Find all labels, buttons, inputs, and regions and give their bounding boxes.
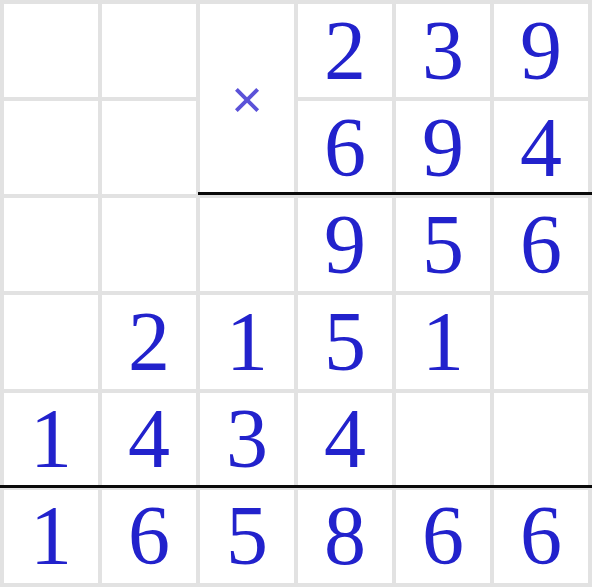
grid-cell-r6c4: 8	[298, 490, 392, 583]
grid-cell-r2c5: 9	[396, 101, 490, 194]
grid-cell-r3c3	[200, 198, 294, 291]
multiplication-grid: ×23969495621511434165866	[0, 0, 592, 587]
grid-cell-r1c1	[4, 4, 98, 97]
grid-cell-r3c5: 5	[396, 198, 490, 291]
grid-cell-r1c6: 9	[494, 4, 588, 97]
grid-cell-r4c3: 1	[200, 295, 294, 388]
grid-cell-r5c1: 1	[4, 393, 98, 486]
grid-cell-r6c3: 5	[200, 490, 294, 583]
grid-cell-r2c2	[102, 101, 196, 194]
grid-cell-r5c3: 3	[200, 393, 294, 486]
grid-cell-r3c6: 6	[494, 198, 588, 291]
grid-cell-r6c6: 6	[494, 490, 588, 583]
grid-cell-r4c5: 1	[396, 295, 490, 388]
times-sign: ×	[200, 4, 294, 194]
grid-cell-r4c4: 5	[298, 295, 392, 388]
grid-cell-r4c2: 2	[102, 295, 196, 388]
grid-cell-r4c6	[494, 295, 588, 388]
grid-cell-r2c6: 4	[494, 101, 588, 194]
grid-cell-r1c2	[102, 4, 196, 97]
grid-cell-r5c4: 4	[298, 393, 392, 486]
grid-cell-r6c1: 1	[4, 490, 98, 583]
grid-cell-r2c4: 6	[298, 101, 392, 194]
grid-cell-r5c5	[396, 393, 490, 486]
multiplication-rule	[198, 192, 592, 195]
grid-cell-r1c4: 2	[298, 4, 392, 97]
grid-cell-r5c6	[494, 393, 588, 486]
grid-cell-r1c5: 3	[396, 4, 490, 97]
grid-cell-r5c2: 4	[102, 393, 196, 486]
grid-cell-r3c4: 9	[298, 198, 392, 291]
grid-cell-r6c5: 6	[396, 490, 490, 583]
grid-cell-r3c2	[102, 198, 196, 291]
grid-cell-r4c1	[4, 295, 98, 388]
multiplication-worksheet: ×23969495621511434165866	[0, 0, 592, 587]
grid-cell-r6c2: 6	[102, 490, 196, 583]
sum-rule	[0, 485, 592, 488]
grid-cell-r2c1	[4, 101, 98, 194]
grid-cell-r3c1	[4, 198, 98, 291]
